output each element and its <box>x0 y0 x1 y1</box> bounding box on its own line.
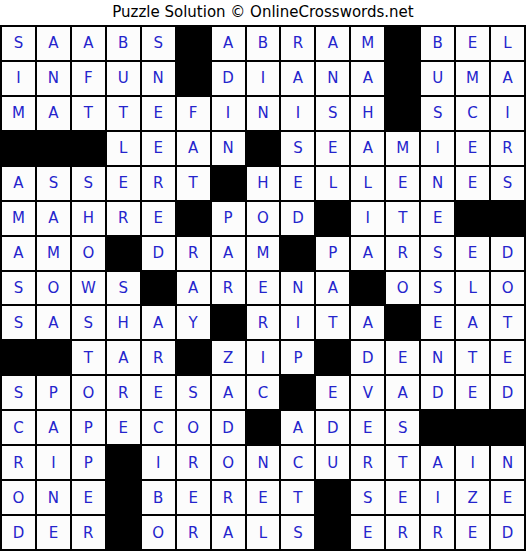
block-cell <box>281 376 314 409</box>
letter-cell[interactable]: T <box>281 481 314 514</box>
letter-cell[interactable]: P <box>212 202 245 235</box>
letter-cell[interactable]: A <box>281 411 314 444</box>
cell-letter: E <box>398 489 407 507</box>
letter-cell[interactable]: R <box>177 237 210 270</box>
letter-cell[interactable]: H <box>247 167 280 200</box>
letter-cell[interactable]: O <box>212 446 245 479</box>
letter-cell[interactable]: S <box>281 516 314 549</box>
letter-cell[interactable]: O <box>72 376 105 409</box>
block-cell <box>281 237 314 270</box>
cell-letter: F <box>189 104 198 122</box>
cell-letter: E <box>153 139 162 157</box>
letter-cell[interactable]: E <box>142 376 175 409</box>
letter-cell[interactable]: Z <box>456 481 489 514</box>
letter-cell[interactable]: S <box>2 27 35 60</box>
cell-letter: N <box>257 104 268 122</box>
cell-letter: D <box>432 384 444 402</box>
cell-letter: A <box>363 314 373 332</box>
letter-cell[interactable]: D <box>212 411 245 444</box>
cell-letter: I <box>226 104 230 122</box>
letter-cell[interactable]: D <box>142 237 175 270</box>
letter-cell[interactable]: R <box>72 516 105 549</box>
letter-cell[interactable]: A <box>177 132 210 165</box>
cell-letter: L <box>119 139 127 157</box>
letter-cell[interactable]: S <box>491 167 524 200</box>
block-cell <box>386 97 419 130</box>
letter-cell[interactable]: O <box>491 272 524 305</box>
letter-cell[interactable]: U <box>107 62 140 95</box>
cell-letter: E <box>398 174 407 192</box>
letter-cell[interactable]: R <box>281 27 314 60</box>
letter-cell[interactable]: R <box>107 202 140 235</box>
block-cell <box>72 132 105 165</box>
cell-letter: R <box>398 524 408 542</box>
letter-cell[interactable]: M <box>247 237 280 270</box>
letter-cell[interactable]: R <box>351 446 384 479</box>
letter-cell[interactable]: B <box>421 27 454 60</box>
letter-cell[interactable]: M <box>386 132 419 165</box>
cell-letter: R <box>223 489 233 507</box>
letter-cell[interactable]: E <box>421 306 454 339</box>
letter-cell[interactable]: E <box>386 167 419 200</box>
cell-letter: A <box>13 174 23 192</box>
letter-cell[interactable]: E <box>247 272 280 305</box>
letter-cell[interactable]: R <box>386 516 419 549</box>
letter-cell[interactable]: R <box>107 376 140 409</box>
cell-letter: S <box>328 104 338 122</box>
block-cell <box>2 132 35 165</box>
letter-cell[interactable]: N <box>421 341 454 374</box>
letter-cell[interactable]: A <box>2 167 35 200</box>
cell-letter: N <box>48 69 59 87</box>
cell-letter: P <box>224 209 233 227</box>
cell-letter: I <box>505 104 509 122</box>
cell-letter: S <box>363 489 373 507</box>
letter-cell[interactable]: P <box>281 341 314 374</box>
letter-cell[interactable]: F <box>177 97 210 130</box>
letter-cell[interactable]: R <box>421 516 454 549</box>
letter-cell[interactable]: A <box>2 237 35 270</box>
block-cell <box>316 202 349 235</box>
letter-cell[interactable]: E <box>142 202 175 235</box>
letter-cell[interactable]: L <box>351 167 384 200</box>
cell-letter: A <box>467 314 477 332</box>
letter-cell[interactable]: N <box>247 97 280 130</box>
cell-letter: A <box>48 104 58 122</box>
letter-cell[interactable]: P <box>316 237 349 270</box>
letter-cell[interactable]: I <box>351 202 384 235</box>
block-cell <box>491 202 524 235</box>
letter-cell[interactable]: E <box>107 167 140 200</box>
crossword-grid: SAABSABRAMBELINFUNDIANAUMAMATTEFINISHSCI… <box>0 25 526 551</box>
letter-cell[interactable]: S <box>281 132 314 165</box>
letter-cell[interactable]: Y <box>177 306 210 339</box>
letter-cell[interactable]: A <box>351 62 384 95</box>
cell-letter: T <box>398 209 407 227</box>
letter-cell[interactable]: L <box>247 516 280 549</box>
letter-cell[interactable]: C <box>281 446 314 479</box>
cell-letter: S <box>293 139 303 157</box>
cell-letter: S <box>14 34 24 52</box>
letter-cell[interactable]: M <box>456 62 489 95</box>
cell-letter: E <box>84 489 93 507</box>
letter-cell[interactable]: N <box>491 446 524 479</box>
letter-cell[interactable]: E <box>247 481 280 514</box>
letter-cell[interactable]: I <box>421 481 454 514</box>
block-cell <box>37 132 70 165</box>
block-cell <box>212 167 245 200</box>
letter-cell[interactable]: O <box>142 516 175 549</box>
letter-cell[interactable]: E <box>142 97 175 130</box>
block-cell <box>316 341 349 374</box>
cell-letter: E <box>188 489 197 507</box>
letter-cell[interactable]: I <box>247 341 280 374</box>
letter-cell[interactable]: O <box>2 481 35 514</box>
cell-letter: O <box>13 489 25 507</box>
cell-letter: E <box>398 349 407 367</box>
letter-cell[interactable]: S <box>421 237 454 270</box>
letter-cell[interactable]: R <box>491 132 524 165</box>
cell-letter: E <box>328 384 337 402</box>
block-cell <box>37 341 70 374</box>
letter-cell[interactable]: D <box>491 376 524 409</box>
letter-cell[interactable]: N <box>37 62 70 95</box>
letter-cell[interactable]: E <box>456 167 489 200</box>
letter-cell[interactable]: E <box>281 167 314 200</box>
letter-cell[interactable]: I <box>456 446 489 479</box>
letter-cell[interactable]: U <box>316 446 349 479</box>
letter-cell[interactable]: W <box>72 272 105 305</box>
letter-cell[interactable]: D <box>491 516 524 549</box>
letter-cell[interactable]: S <box>142 27 175 60</box>
letter-cell[interactable]: E <box>142 132 175 165</box>
cell-letter: L <box>503 34 511 52</box>
letter-cell[interactable]: N <box>247 446 280 479</box>
letter-cell[interactable]: S <box>421 97 454 130</box>
cell-letter: I <box>366 209 370 227</box>
cell-letter: B <box>118 34 128 52</box>
letter-cell[interactable]: B <box>247 27 280 60</box>
letter-cell[interactable]: O <box>247 202 280 235</box>
letter-cell[interactable]: N <box>316 62 349 95</box>
letter-cell[interactable]: V <box>351 376 384 409</box>
letter-cell[interactable]: D <box>316 411 349 444</box>
letter-cell[interactable]: D <box>281 202 314 235</box>
letter-cell[interactable]: O <box>72 237 105 270</box>
block-cell <box>107 446 140 479</box>
cell-letter: E <box>468 524 477 542</box>
letter-cell[interactable]: T <box>491 306 524 339</box>
letter-cell[interactable]: A <box>37 97 70 130</box>
cell-letter: R <box>153 349 163 367</box>
cell-letter: E <box>433 314 442 332</box>
cell-letter: O <box>82 384 94 402</box>
letter-cell[interactable]: U <box>421 62 454 95</box>
cell-letter: D <box>222 419 234 437</box>
cell-letter: N <box>153 69 164 87</box>
letter-cell[interactable]: P <box>72 446 105 479</box>
letter-cell[interactable]: R <box>142 341 175 374</box>
letter-cell[interactable]: S <box>2 272 35 305</box>
letter-cell[interactable]: E <box>107 411 140 444</box>
letter-cell[interactable]: I <box>421 132 454 165</box>
cell-letter: E <box>503 489 512 507</box>
letter-cell[interactable]: S <box>386 411 419 444</box>
cell-letter: B <box>258 34 268 52</box>
cell-letter: R <box>118 209 128 227</box>
cell-letter: E <box>328 139 337 157</box>
letter-cell[interactable]: R <box>177 446 210 479</box>
cell-letter: A <box>328 34 338 52</box>
letter-cell[interactable]: O <box>177 411 210 444</box>
cell-letter: A <box>83 34 93 52</box>
letter-cell[interactable]: A <box>142 306 175 339</box>
letter-cell[interactable]: H <box>107 306 140 339</box>
letter-cell[interactable]: M <box>2 97 35 130</box>
cell-letter: S <box>118 279 128 297</box>
letter-cell[interactable]: C <box>456 97 489 130</box>
letter-cell[interactable]: O <box>386 272 419 305</box>
cell-letter: I <box>435 489 439 507</box>
cell-letter: E <box>293 174 302 192</box>
letter-cell[interactable]: A <box>37 306 70 339</box>
cell-letter: C <box>258 384 268 402</box>
letter-cell[interactable]: A <box>37 27 70 60</box>
letter-cell[interactable]: S <box>351 481 384 514</box>
letter-cell[interactable]: E <box>491 481 524 514</box>
letter-cell[interactable]: T <box>72 97 105 130</box>
letter-cell[interactable]: C <box>2 411 35 444</box>
letter-cell[interactable]: A <box>37 202 70 235</box>
cell-letter: U <box>432 69 443 87</box>
cell-letter: R <box>188 454 198 472</box>
letter-cell[interactable]: L <box>316 167 349 200</box>
letter-cell[interactable]: I <box>281 97 314 130</box>
cell-letter: S <box>49 174 59 192</box>
letter-cell[interactable]: S <box>2 376 35 409</box>
letter-cell[interactable]: H <box>72 202 105 235</box>
letter-cell[interactable]: E <box>316 376 349 409</box>
cell-letter: S <box>293 524 303 542</box>
cell-letter: O <box>257 209 269 227</box>
letter-cell[interactable]: E <box>177 481 210 514</box>
letter-cell[interactable]: E <box>421 202 454 235</box>
letter-cell[interactable]: P <box>72 411 105 444</box>
letter-cell[interactable]: T <box>107 97 140 130</box>
cell-letter: O <box>152 524 164 542</box>
letter-cell[interactable]: M <box>37 237 70 270</box>
letter-cell[interactable]: D <box>351 341 384 374</box>
cell-letter: S <box>84 314 94 332</box>
cell-letter: T <box>293 489 302 507</box>
letter-cell[interactable]: P <box>37 376 70 409</box>
letter-cell[interactable]: I <box>212 97 245 130</box>
letter-cell[interactable]: S <box>107 272 140 305</box>
block-cell <box>212 306 245 339</box>
letter-cell[interactable]: C <box>247 376 280 409</box>
letter-cell[interactable]: E <box>491 341 524 374</box>
letter-cell[interactable]: A <box>491 62 524 95</box>
cell-letter: H <box>257 174 268 192</box>
letter-cell[interactable]: R <box>212 272 245 305</box>
cell-letter: T <box>398 454 407 472</box>
cell-letter: I <box>261 69 265 87</box>
letter-cell[interactable]: A <box>456 306 489 339</box>
letter-cell[interactable]: A <box>351 132 384 165</box>
cell-letter: I <box>435 139 439 157</box>
letter-cell[interactable]: E <box>37 516 70 549</box>
cell-letter: R <box>13 454 23 472</box>
cell-letter: E <box>258 489 267 507</box>
letter-cell[interactable]: N <box>37 481 70 514</box>
letter-cell[interactable]: E <box>351 411 384 444</box>
letter-cell[interactable]: B <box>107 27 140 60</box>
block-cell <box>386 27 419 60</box>
cell-letter: S <box>433 279 443 297</box>
letter-cell[interactable]: R <box>2 446 35 479</box>
letter-cell[interactable]: I <box>491 97 524 130</box>
letter-cell[interactable]: E <box>72 481 105 514</box>
cell-letter: E <box>468 139 477 157</box>
block-cell <box>386 62 419 95</box>
letter-cell[interactable]: A <box>316 27 349 60</box>
block-cell <box>386 306 419 339</box>
letter-cell[interactable]: D <box>212 62 245 95</box>
cell-letter: S <box>14 314 24 332</box>
letter-cell[interactable]: F <box>72 62 105 95</box>
letter-cell[interactable]: E <box>351 516 384 549</box>
letter-cell[interactable]: C <box>142 411 175 444</box>
letter-cell[interactable]: T <box>72 341 105 374</box>
letter-cell[interactable]: A <box>37 411 70 444</box>
letter-cell[interactable]: E <box>386 481 419 514</box>
letter-cell[interactable]: L <box>491 27 524 60</box>
letter-cell[interactable]: E <box>456 376 489 409</box>
cell-letter: O <box>397 279 409 297</box>
cell-letter: L <box>329 174 337 192</box>
letter-cell[interactable]: S <box>37 167 70 200</box>
letter-cell[interactable]: H <box>351 97 384 130</box>
letter-cell[interactable]: A <box>72 27 105 60</box>
block-cell <box>107 481 140 514</box>
cell-letter: Y <box>189 314 198 332</box>
letter-cell[interactable]: L <box>107 132 140 165</box>
cell-letter: N <box>432 174 443 192</box>
letter-cell[interactable]: E <box>456 237 489 270</box>
letter-cell[interactable]: T <box>386 202 419 235</box>
letter-cell[interactable]: M <box>351 27 384 60</box>
letter-cell[interactable]: E <box>456 132 489 165</box>
letter-cell[interactable]: A <box>351 237 384 270</box>
letter-cell[interactable]: D <box>491 237 524 270</box>
letter-cell[interactable]: S <box>177 376 210 409</box>
letter-cell[interactable]: E <box>456 27 489 60</box>
letter-cell[interactable]: T <box>316 306 349 339</box>
cell-letter: T <box>503 314 512 332</box>
letter-cell[interactable]: T <box>177 167 210 200</box>
cell-letter: B <box>153 489 163 507</box>
letter-cell[interactable]: S <box>316 97 349 130</box>
cell-letter: E <box>468 174 477 192</box>
letter-cell[interactable]: S <box>72 167 105 200</box>
letter-cell[interactable]: E <box>316 132 349 165</box>
letter-cell[interactable]: D <box>421 376 454 409</box>
cell-letter: E <box>153 209 162 227</box>
letter-cell[interactable]: I <box>37 446 70 479</box>
letter-cell[interactable]: A <box>351 306 384 339</box>
letter-cell[interactable]: A <box>386 376 419 409</box>
letter-cell[interactable]: A <box>107 341 140 374</box>
letter-cell[interactable]: I <box>142 446 175 479</box>
letter-cell[interactable]: M <box>2 202 35 235</box>
letter-cell[interactable]: N <box>142 62 175 95</box>
cell-letter: Z <box>467 489 477 507</box>
letter-cell[interactable]: A <box>212 27 245 60</box>
cell-letter: R <box>188 244 198 262</box>
cell-letter: T <box>468 349 477 367</box>
cell-letter: R <box>83 524 93 542</box>
cell-letter: T <box>119 104 128 122</box>
letter-cell[interactable]: N <box>281 272 314 305</box>
letter-cell[interactable]: A <box>212 516 245 549</box>
letter-cell[interactable]: S <box>421 272 454 305</box>
letter-cell[interactable]: E <box>456 516 489 549</box>
letter-cell[interactable]: I <box>247 62 280 95</box>
cell-letter: T <box>328 314 337 332</box>
letter-cell[interactable]: B <box>142 481 175 514</box>
letter-cell[interactable]: A <box>212 237 245 270</box>
letter-cell[interactable]: A <box>177 272 210 305</box>
letter-cell[interactable]: A <box>316 272 349 305</box>
cell-letter: A <box>223 34 233 52</box>
block-cell <box>456 411 489 444</box>
letter-cell[interactable]: D <box>2 516 35 549</box>
cell-letter: O <box>187 419 199 437</box>
letter-cell[interactable]: N <box>212 132 245 165</box>
cell-letter: N <box>292 279 303 297</box>
letter-cell[interactable]: R <box>247 306 280 339</box>
block-cell <box>177 62 210 95</box>
letter-cell[interactable]: R <box>212 481 245 514</box>
letter-cell[interactable]: R <box>386 237 419 270</box>
letter-cell[interactable]: A <box>281 62 314 95</box>
letter-cell[interactable]: T <box>456 341 489 374</box>
letter-cell[interactable]: Z <box>212 341 245 374</box>
letter-cell[interactable]: A <box>421 446 454 479</box>
letter-cell[interactable]: S <box>2 306 35 339</box>
letter-cell[interactable]: O <box>37 272 70 305</box>
letter-cell[interactable]: I <box>2 62 35 95</box>
letter-cell[interactable]: N <box>421 167 454 200</box>
cell-letter: R <box>153 174 163 192</box>
block-cell <box>247 132 280 165</box>
letter-cell[interactable]: R <box>142 167 175 200</box>
cell-letter: P <box>84 419 93 437</box>
block-cell <box>456 202 489 235</box>
cell-letter: E <box>153 104 162 122</box>
letter-cell[interactable]: A <box>212 376 245 409</box>
cell-letter: M <box>396 139 409 157</box>
letter-cell[interactable]: S <box>72 306 105 339</box>
cell-letter: D <box>152 244 164 262</box>
cell-letter: P <box>328 244 337 262</box>
letter-cell[interactable]: L <box>456 272 489 305</box>
letter-cell[interactable]: E <box>386 341 419 374</box>
cell-letter: E <box>503 349 512 367</box>
letter-cell[interactable]: T <box>386 446 419 479</box>
letter-cell[interactable]: I <box>281 306 314 339</box>
letter-cell[interactable]: R <box>177 516 210 549</box>
